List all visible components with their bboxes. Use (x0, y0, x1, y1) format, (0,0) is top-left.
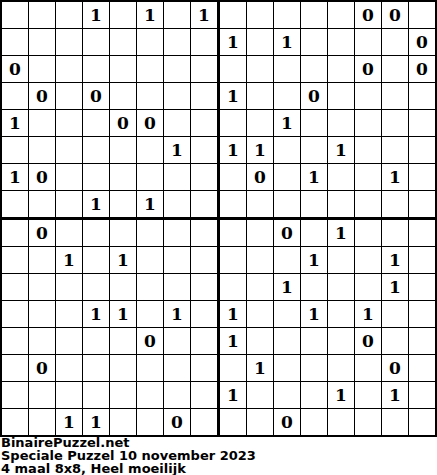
cell-r1-c2[interactable] (56, 29, 83, 56)
cell-r3-c6[interactable] (164, 83, 191, 110)
cell-r6-c11[interactable]: 1 (301, 164, 328, 191)
cell-r8-c6[interactable] (164, 220, 191, 247)
cell-r11-c8[interactable]: 1 (220, 301, 247, 328)
cell-r14-c5[interactable] (137, 382, 164, 409)
cell-r0-c12[interactable] (328, 2, 355, 29)
cell-r9-c0[interactable] (2, 247, 29, 274)
cell-r2-c13[interactable]: 0 (355, 56, 382, 83)
cell-r11-c13[interactable]: 1 (355, 301, 382, 328)
cell-r15-c0[interactable] (2, 409, 29, 435)
cell-r0-c1[interactable] (29, 2, 56, 29)
cell-r12-c4[interactable] (110, 328, 137, 355)
cell-r8-c8[interactable] (220, 220, 247, 247)
cell-r5-c9[interactable]: 1 (247, 137, 274, 164)
cell-r14-c14[interactable]: 1 (382, 382, 409, 409)
cell-r12-c2[interactable] (56, 328, 83, 355)
cell-r11-c4[interactable]: 1 (110, 301, 137, 328)
cell-r5-c11[interactable] (301, 137, 328, 164)
cell-r10-c8[interactable] (220, 274, 247, 301)
cell-r13-c1[interactable]: 0 (29, 355, 56, 382)
cell-r6-c4[interactable] (110, 164, 137, 191)
cell-r7-c1[interactable] (29, 191, 56, 220)
cell-r7-c14[interactable] (382, 191, 409, 220)
cell-r11-c2[interactable] (56, 301, 83, 328)
cell-r15-c8[interactable] (220, 409, 247, 435)
cell-r14-c7[interactable] (191, 382, 220, 409)
cell-r9-c7[interactable] (191, 247, 220, 274)
cell-r8-c1[interactable]: 0 (29, 220, 56, 247)
cell-r0-c10[interactable] (274, 2, 301, 29)
puzzle-page: 1110011000000101001111110011110011111111… (0, 0, 437, 475)
cell-r0-c8[interactable] (220, 2, 247, 29)
cell-r15-c13[interactable] (355, 409, 382, 435)
cell-r2-c2[interactable] (56, 56, 83, 83)
cell-r10-c15[interactable] (409, 274, 435, 301)
cell-r14-c1[interactable] (29, 382, 56, 409)
cell-r11-c9[interactable] (247, 301, 274, 328)
cell-r6-c8[interactable] (220, 164, 247, 191)
cell-r7-c2[interactable] (56, 191, 83, 220)
cell-r14-c4[interactable] (110, 382, 137, 409)
cell-r12-c5[interactable]: 0 (137, 328, 164, 355)
cell-r4-c3[interactable] (83, 110, 110, 137)
cell-r9-c14[interactable]: 1 (382, 247, 409, 274)
cell-r10-c3[interactable] (83, 274, 110, 301)
cell-r15-c12[interactable] (328, 409, 355, 435)
cell-r11-c14[interactable] (382, 301, 409, 328)
cell-r5-c3[interactable] (83, 137, 110, 164)
cell-r8-c12[interactable]: 1 (328, 220, 355, 247)
cell-r5-c8[interactable]: 1 (220, 137, 247, 164)
cell-r7-c11[interactable] (301, 191, 328, 220)
cell-r9-c3[interactable] (83, 247, 110, 274)
cell-r6-c13[interactable] (355, 164, 382, 191)
cell-r3-c5[interactable] (137, 83, 164, 110)
cell-r15-c3[interactable]: 1 (83, 409, 110, 435)
cell-r14-c15[interactable] (409, 382, 435, 409)
cell-r13-c9[interactable]: 1 (247, 355, 274, 382)
cell-r9-c13[interactable] (355, 247, 382, 274)
cell-r6-c6[interactable] (164, 164, 191, 191)
cell-r11-c6[interactable]: 1 (164, 301, 191, 328)
cell-r4-c9[interactable] (247, 110, 274, 137)
cell-r12-c8[interactable]: 1 (220, 328, 247, 355)
footer: BinairePuzzel.net Speciale Puzzel 10 nov… (1, 436, 436, 475)
cell-r5-c1[interactable] (29, 137, 56, 164)
cell-r12-c0[interactable] (2, 328, 29, 355)
cell-r3-c3[interactable]: 0 (83, 83, 110, 110)
cell-r3-c14[interactable] (382, 83, 409, 110)
cell-r7-c0[interactable] (2, 191, 29, 220)
cell-r10-c11[interactable] (301, 274, 328, 301)
cell-r11-c3[interactable]: 1 (83, 301, 110, 328)
cell-r5-c10[interactable] (274, 137, 301, 164)
cell-r8-c5[interactable] (137, 220, 164, 247)
cell-r4-c5[interactable]: 0 (137, 110, 164, 137)
cell-r5-c14[interactable] (382, 137, 409, 164)
cell-r0-c7[interactable]: 1 (191, 2, 220, 29)
cell-r1-c7[interactable] (191, 29, 220, 56)
cell-r13-c7[interactable] (191, 355, 220, 382)
cell-r2-c8[interactable] (220, 56, 247, 83)
cell-r7-c4[interactable] (110, 191, 137, 220)
cell-r13-c10[interactable] (274, 355, 301, 382)
cell-r0-c9[interactable] (247, 2, 274, 29)
cell-r2-c3[interactable] (83, 56, 110, 83)
cell-r6-c7[interactable] (191, 164, 220, 191)
cell-r2-c14[interactable] (382, 56, 409, 83)
cell-r14-c9[interactable] (247, 382, 274, 409)
cell-r10-c4[interactable] (110, 274, 137, 301)
cell-r15-c1[interactable] (29, 409, 56, 435)
cell-r4-c11[interactable] (301, 110, 328, 137)
cell-r15-c4[interactable] (110, 409, 137, 435)
cell-r15-c14[interactable] (382, 409, 409, 435)
cell-r2-c12[interactable] (328, 56, 355, 83)
cell-r0-c2[interactable] (56, 2, 83, 29)
cell-r9-c2[interactable]: 1 (56, 247, 83, 274)
cell-r8-c14[interactable] (382, 220, 409, 247)
cell-r7-c5[interactable]: 1 (137, 191, 164, 220)
cell-r10-c6[interactable] (164, 274, 191, 301)
cell-r7-c12[interactable] (328, 191, 355, 220)
cell-r15-c15[interactable] (409, 409, 435, 435)
cell-r13-c0[interactable] (2, 355, 29, 382)
cell-r2-c0[interactable]: 0 (2, 56, 29, 83)
cell-r8-c7[interactable] (191, 220, 220, 247)
cell-r3-c8[interactable]: 1 (220, 83, 247, 110)
cell-r1-c10[interactable]: 1 (274, 29, 301, 56)
cell-r6-c15[interactable] (409, 164, 435, 191)
cell-r5-c6[interactable]: 1 (164, 137, 191, 164)
cell-r7-c8[interactable] (220, 191, 247, 220)
cell-r2-c15[interactable]: 0 (409, 56, 435, 83)
cell-r9-c5[interactable] (137, 247, 164, 274)
cell-r4-c2[interactable] (56, 110, 83, 137)
cell-r9-c8[interactable] (220, 247, 247, 274)
cell-r4-c4[interactable]: 0 (110, 110, 137, 137)
cell-r12-c3[interactable] (83, 328, 110, 355)
cell-r13-c14[interactable]: 0 (382, 355, 409, 382)
cell-r5-c15[interactable] (409, 137, 435, 164)
cell-r4-c6[interactable] (164, 110, 191, 137)
cell-r9-c9[interactable] (247, 247, 274, 274)
cell-r2-c10[interactable] (274, 56, 301, 83)
cell-r7-c15[interactable] (409, 191, 435, 220)
cell-r9-c15[interactable] (409, 247, 435, 274)
cell-r1-c8[interactable]: 1 (220, 29, 247, 56)
cell-r2-c5[interactable] (137, 56, 164, 83)
cell-r3-c7[interactable] (191, 83, 220, 110)
cell-r4-c13[interactable] (355, 110, 382, 137)
cell-r14-c2[interactable] (56, 382, 83, 409)
cell-r1-c6[interactable] (164, 29, 191, 56)
cell-r14-c3[interactable] (83, 382, 110, 409)
cell-r0-c14[interactable]: 0 (382, 2, 409, 29)
footer-description: 4 maal 8x8, Heel moeilijk (1, 462, 436, 475)
cell-r1-c11[interactable] (301, 29, 328, 56)
cell-r10-c2[interactable] (56, 274, 83, 301)
cell-r15-c10[interactable]: 0 (274, 409, 301, 435)
cell-r13-c2[interactable] (56, 355, 83, 382)
cell-r4-c1[interactable] (29, 110, 56, 137)
cell-r12-c12[interactable] (328, 328, 355, 355)
cell-r4-c10[interactable]: 1 (274, 110, 301, 137)
cell-r9-c1[interactable] (29, 247, 56, 274)
cell-r13-c13[interactable] (355, 355, 382, 382)
cell-r1-c0[interactable] (2, 29, 29, 56)
cell-r11-c7[interactable] (191, 301, 220, 328)
cell-r9-c11[interactable]: 1 (301, 247, 328, 274)
cell-r15-c9[interactable] (247, 409, 274, 435)
cell-r3-c13[interactable] (355, 83, 382, 110)
cell-r11-c12[interactable] (328, 301, 355, 328)
cell-r14-c6[interactable] (164, 382, 191, 409)
cell-r14-c10[interactable] (274, 382, 301, 409)
cell-r12-c11[interactable] (301, 328, 328, 355)
cell-r8-c10[interactable]: 0 (274, 220, 301, 247)
cell-r1-c15[interactable]: 0 (409, 29, 435, 56)
cell-r15-c2[interactable]: 1 (56, 409, 83, 435)
cell-r11-c5[interactable] (137, 301, 164, 328)
cell-r13-c3[interactable] (83, 355, 110, 382)
cell-r2-c6[interactable] (164, 56, 191, 83)
cell-r15-c7[interactable] (191, 409, 220, 435)
cell-r9-c12[interactable] (328, 247, 355, 274)
cell-r9-c6[interactable] (164, 247, 191, 274)
cell-r0-c5[interactable]: 1 (137, 2, 164, 29)
cell-r1-c5[interactable] (137, 29, 164, 56)
cell-r7-c6[interactable] (164, 191, 191, 220)
cell-r5-c2[interactable] (56, 137, 83, 164)
cell-r3-c15[interactable] (409, 83, 435, 110)
cell-r6-c1[interactable]: 0 (29, 164, 56, 191)
cell-r0-c6[interactable] (164, 2, 191, 29)
cell-r13-c6[interactable] (164, 355, 191, 382)
cell-r13-c4[interactable] (110, 355, 137, 382)
cell-r12-c15[interactable] (409, 328, 435, 355)
cell-r12-c7[interactable] (191, 328, 220, 355)
cell-r11-c0[interactable] (2, 301, 29, 328)
cell-r0-c3[interactable]: 1 (83, 2, 110, 29)
cell-r8-c9[interactable] (247, 220, 274, 247)
cell-r14-c8[interactable]: 1 (220, 382, 247, 409)
cell-r2-c9[interactable] (247, 56, 274, 83)
cell-r2-c7[interactable] (191, 56, 220, 83)
cell-r7-c9[interactable] (247, 191, 274, 220)
cell-r4-c0[interactable]: 1 (2, 110, 29, 137)
cell-r3-c12[interactable] (328, 83, 355, 110)
cell-r6-c2[interactable] (56, 164, 83, 191)
cell-r6-c9[interactable]: 0 (247, 164, 274, 191)
cell-r10-c9[interactable] (247, 274, 274, 301)
cell-r8-c13[interactable] (355, 220, 382, 247)
cell-r12-c1[interactable] (29, 328, 56, 355)
cell-r5-c12[interactable]: 1 (328, 137, 355, 164)
cell-r13-c8[interactable] (220, 355, 247, 382)
cell-r8-c2[interactable] (56, 220, 83, 247)
cell-r5-c4[interactable] (110, 137, 137, 164)
cell-r15-c5[interactable] (137, 409, 164, 435)
cell-r0-c4[interactable] (110, 2, 137, 29)
cell-r0-c13[interactable]: 0 (355, 2, 382, 29)
cell-r10-c0[interactable] (2, 274, 29, 301)
cell-r4-c12[interactable] (328, 110, 355, 137)
cell-r8-c0[interactable] (2, 220, 29, 247)
cell-r2-c11[interactable] (301, 56, 328, 83)
cell-r6-c12[interactable] (328, 164, 355, 191)
cell-r3-c0[interactable] (2, 83, 29, 110)
cell-r5-c0[interactable] (2, 137, 29, 164)
cell-r12-c13[interactable]: 0 (355, 328, 382, 355)
cell-r14-c13[interactable] (355, 382, 382, 409)
cell-r0-c11[interactable] (301, 2, 328, 29)
cell-r8-c3[interactable] (83, 220, 110, 247)
cell-r3-c1[interactable]: 0 (29, 83, 56, 110)
cell-r1-c14[interactable] (382, 29, 409, 56)
cell-r10-c12[interactable] (328, 274, 355, 301)
cell-r4-c8[interactable] (220, 110, 247, 137)
cell-r13-c15[interactable] (409, 355, 435, 382)
cell-r3-c9[interactable] (247, 83, 274, 110)
cell-r6-c3[interactable] (83, 164, 110, 191)
cell-r8-c4[interactable] (110, 220, 137, 247)
cell-r15-c11[interactable] (301, 409, 328, 435)
cell-r12-c9[interactable] (247, 328, 274, 355)
cell-r1-c12[interactable] (328, 29, 355, 56)
cell-r11-c11[interactable]: 1 (301, 301, 328, 328)
cell-r14-c11[interactable] (301, 382, 328, 409)
cell-r9-c10[interactable] (274, 247, 301, 274)
cell-r4-c14[interactable] (382, 110, 409, 137)
cell-r2-c4[interactable] (110, 56, 137, 83)
cell-r6-c14[interactable]: 1 (382, 164, 409, 191)
cell-r10-c14[interactable]: 1 (382, 274, 409, 301)
cell-r1-c13[interactable] (355, 29, 382, 56)
cell-r8-c15[interactable] (409, 220, 435, 247)
cell-r11-c15[interactable] (409, 301, 435, 328)
cell-r5-c5[interactable] (137, 137, 164, 164)
cell-r1-c4[interactable] (110, 29, 137, 56)
cell-r8-c11[interactable] (301, 220, 328, 247)
cell-r4-c15[interactable] (409, 110, 435, 137)
cell-r6-c10[interactable] (274, 164, 301, 191)
cell-r2-c1[interactable] (29, 56, 56, 83)
cell-r3-c2[interactable] (56, 83, 83, 110)
cell-r12-c14[interactable] (382, 328, 409, 355)
cell-r14-c0[interactable] (2, 382, 29, 409)
cell-r3-c11[interactable]: 0 (301, 83, 328, 110)
cell-r7-c7[interactable] (191, 191, 220, 220)
cell-r6-c5[interactable] (137, 164, 164, 191)
cell-r3-c4[interactable] (110, 83, 137, 110)
cell-r11-c10[interactable] (274, 301, 301, 328)
cell-r11-c1[interactable] (29, 301, 56, 328)
cell-r14-c12[interactable]: 1 (328, 382, 355, 409)
cell-r5-c7[interactable] (191, 137, 220, 164)
cell-r10-c5[interactable] (137, 274, 164, 301)
cell-r0-c0[interactable] (2, 2, 29, 29)
cell-r7-c10[interactable] (274, 191, 301, 220)
cell-r0-c15[interactable] (409, 2, 435, 29)
cell-r3-c10[interactable] (274, 83, 301, 110)
cell-r6-c0[interactable]: 1 (2, 164, 29, 191)
cell-r10-c1[interactable] (29, 274, 56, 301)
cell-r10-c10[interactable]: 1 (274, 274, 301, 301)
cell-r12-c10[interactable] (274, 328, 301, 355)
cell-r10-c13[interactable] (355, 274, 382, 301)
cell-r7-c13[interactable] (355, 191, 382, 220)
cell-r13-c12[interactable] (328, 355, 355, 382)
cell-r9-c4[interactable]: 1 (110, 247, 137, 274)
cell-r7-c3[interactable]: 1 (83, 191, 110, 220)
cell-r5-c13[interactable] (355, 137, 382, 164)
cell-r10-c7[interactable] (191, 274, 220, 301)
cell-r13-c5[interactable] (137, 355, 164, 382)
cell-r13-c11[interactable] (301, 355, 328, 382)
cell-r1-c9[interactable] (247, 29, 274, 56)
cell-r15-c6[interactable]: 0 (164, 409, 191, 435)
cell-r1-c3[interactable] (83, 29, 110, 56)
cell-r4-c7[interactable] (191, 110, 220, 137)
cell-r1-c1[interactable] (29, 29, 56, 56)
board: 1110011000000101001111110011110011111111… (0, 0, 437, 437)
cell-r12-c6[interactable] (164, 328, 191, 355)
